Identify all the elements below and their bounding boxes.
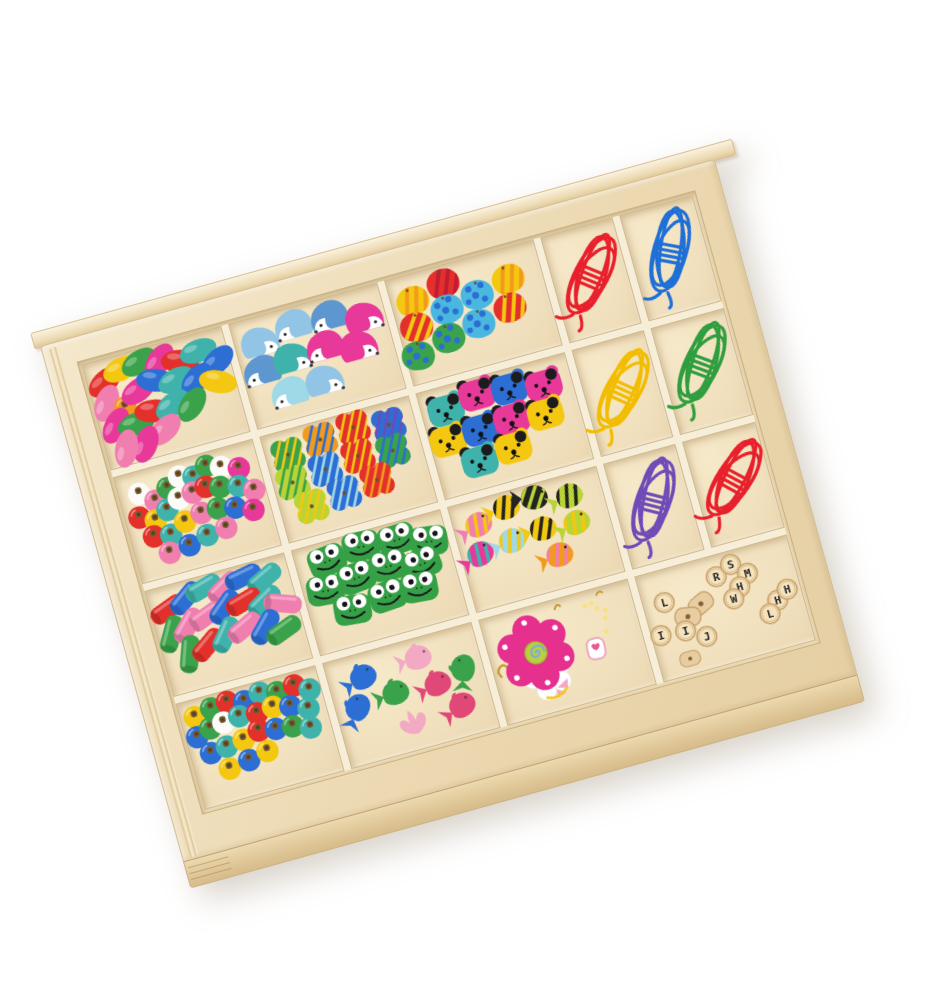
cord-blue: [631, 197, 707, 312]
bead-frog: [396, 564, 443, 607]
cord-green: [655, 307, 746, 427]
bead-oval: [110, 426, 144, 472]
box-frame: LIIJRSMHWHLH: [40, 159, 858, 865]
finger-joints: [187, 852, 233, 884]
product-photo-stage: LIIJRSMHWHLH: [0, 0, 950, 1000]
bead-letter-H: H: [773, 575, 801, 603]
cord-red: [543, 218, 637, 338]
bead-box: LIIJRSMHWHLH: [40, 159, 858, 865]
bead-letter-I: I: [647, 621, 675, 649]
cord-yellow: [574, 333, 671, 454]
bead-side: [677, 647, 704, 669]
bead-letter-J: J: [692, 622, 720, 650]
cord-purple: [612, 446, 695, 563]
